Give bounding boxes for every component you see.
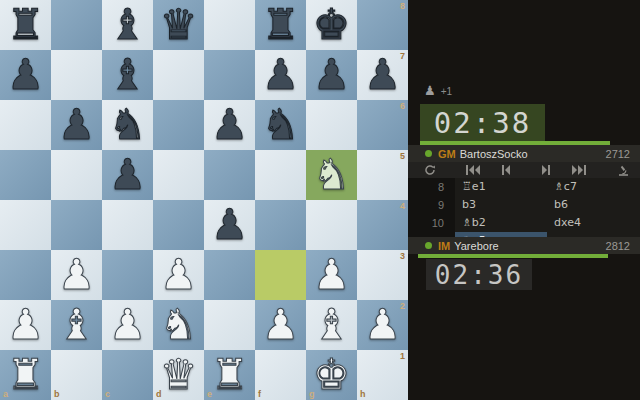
rank-label-5: 5 <box>400 151 405 161</box>
square-g3[interactable]: ♟ <box>306 250 357 300</box>
player-rating: 2712 <box>606 148 630 160</box>
chess-app: ♜♝♛♜♚8♟♝♟♟♟7♟♞♟♞6♟♞5♟4♟♟♟3♟♝♟♞♟♝♟2♜abc♛d… <box>0 0 640 400</box>
black-pawn-b6[interactable]: ♟ <box>51 100 102 150</box>
black-pawn-e4[interactable]: ♟ <box>204 200 255 250</box>
pawn-icon: ♟ <box>424 84 436 98</box>
square-g4[interactable] <box>306 200 357 250</box>
move-list[interactable]: 8♖e1♗c79b3b610♗b2dxe411♘g5 <box>408 178 640 237</box>
go-first-icon[interactable] <box>466 165 480 175</box>
square-f7[interactable]: ♟ <box>255 50 306 100</box>
rank-label-1: 1 <box>400 351 405 361</box>
square-b7[interactable] <box>51 50 102 100</box>
player-title: GM <box>438 148 456 160</box>
square-e2[interactable] <box>204 300 255 350</box>
square-d8[interactable]: ♛ <box>153 0 204 50</box>
square-a3[interactable] <box>0 250 51 300</box>
white-pawn-d3[interactable]: ♟ <box>153 250 204 300</box>
black-bishop-c7[interactable]: ♝ <box>102 50 153 100</box>
square-g6[interactable] <box>306 100 357 150</box>
file-label-d: d <box>156 389 162 399</box>
go-previous-icon[interactable] <box>502 165 510 175</box>
white-bishop-g2[interactable]: ♝ <box>306 300 357 350</box>
square-c6[interactable]: ♞ <box>102 100 153 150</box>
file-label-b: b <box>54 389 60 399</box>
square-e6[interactable]: ♟ <box>204 100 255 150</box>
square-f8[interactable]: ♜ <box>255 0 306 50</box>
black-pawn-c5[interactable]: ♟ <box>102 150 153 200</box>
player-row-top[interactable]: GM BartoszSocko 2712 <box>408 145 640 162</box>
square-c1[interactable]: c <box>102 350 153 400</box>
white-move[interactable]: ♗b2 <box>455 214 547 232</box>
go-last-icon[interactable] <box>572 165 586 175</box>
white-rook-a1[interactable]: ♜ <box>0 350 51 400</box>
black-pawn-h7[interactable]: ♟ <box>357 50 408 100</box>
file-label-a: a <box>3 389 8 399</box>
online-dot <box>425 150 432 157</box>
file-label-h: h <box>360 389 366 399</box>
white-pawn-h2[interactable]: ♟ <box>357 300 408 350</box>
rank-label-6: 6 <box>400 101 405 111</box>
black-pawn-a7[interactable]: ♟ <box>0 50 51 100</box>
black-pawn-g7[interactable]: ♟ <box>306 50 357 100</box>
square-c7[interactable]: ♝ <box>102 50 153 100</box>
material-count: +1 <box>441 86 452 97</box>
rank-label-7: 7 <box>400 51 405 61</box>
black-pawn-f7[interactable]: ♟ <box>255 50 306 100</box>
clock-top: 02:38 <box>420 104 545 141</box>
rank-label-2: 2 <box>400 301 405 311</box>
white-move[interactable]: b3 <box>455 196 547 214</box>
square-a2[interactable]: ♟ <box>0 300 51 350</box>
move-number: 9 <box>408 199 455 211</box>
square-g5[interactable]: ♞ <box>306 150 357 200</box>
square-b1[interactable]: b <box>51 350 102 400</box>
white-bishop-b2[interactable]: ♝ <box>51 300 102 350</box>
square-h5[interactable]: 5 <box>357 150 408 200</box>
square-e4[interactable]: ♟ <box>204 200 255 250</box>
white-pawn-b3[interactable]: ♟ <box>51 250 102 300</box>
square-c5[interactable]: ♟ <box>102 150 153 200</box>
square-e3[interactable] <box>204 250 255 300</box>
analysis-microscope-icon[interactable] <box>618 165 629 175</box>
cycle-icon[interactable] <box>424 165 436 175</box>
go-next-icon[interactable] <box>542 165 550 175</box>
square-c8[interactable]: ♝ <box>102 0 153 50</box>
file-label-f: f <box>258 389 261 399</box>
square-d5[interactable] <box>153 150 204 200</box>
square-f2[interactable]: ♟ <box>255 300 306 350</box>
black-bishop-c8[interactable]: ♝ <box>102 0 153 50</box>
square-a6[interactable] <box>0 100 51 150</box>
square-e7[interactable] <box>204 50 255 100</box>
move-number: 8 <box>408 181 455 193</box>
square-a5[interactable] <box>0 150 51 200</box>
white-pawn-c2[interactable]: ♟ <box>102 300 153 350</box>
white-king-g1[interactable]: ♚ <box>306 350 357 400</box>
square-b3[interactable]: ♟ <box>51 250 102 300</box>
black-rook-a8[interactable]: ♜ <box>0 0 51 50</box>
square-h3[interactable]: 3 <box>357 250 408 300</box>
black-move[interactable]: dxe4 <box>547 214 639 232</box>
file-label-e: e <box>207 389 212 399</box>
square-c4[interactable] <box>102 200 153 250</box>
square-a8[interactable]: ♜ <box>0 0 51 50</box>
player-title: IM <box>438 240 450 252</box>
white-pawn-f2[interactable]: ♟ <box>255 300 306 350</box>
square-b4[interactable] <box>51 200 102 250</box>
player-row-bottom[interactable]: IM Yarebore 2812 <box>408 237 640 254</box>
black-queen-d8[interactable]: ♛ <box>153 0 204 50</box>
online-dot <box>425 242 432 249</box>
white-move[interactable]: ♖e1 <box>455 178 547 196</box>
square-c2[interactable]: ♟ <box>102 300 153 350</box>
square-f6[interactable]: ♞ <box>255 100 306 150</box>
square-b6[interactable]: ♟ <box>51 100 102 150</box>
black-king-g8[interactable]: ♚ <box>306 0 357 50</box>
rank-label-3: 3 <box>400 251 405 261</box>
black-knight-f6[interactable]: ♞ <box>255 100 306 150</box>
white-knight-d2[interactable]: ♞ <box>153 300 204 350</box>
square-b5[interactable] <box>51 150 102 200</box>
black-pawn-e6[interactable]: ♟ <box>204 100 255 150</box>
white-rook-e1[interactable]: ♜ <box>204 350 255 400</box>
square-d4[interactable] <box>153 200 204 250</box>
rank-label-4: 4 <box>400 201 405 211</box>
game-sidebar: ♟ +1 02:38 GM BartoszSocko 2712 <box>408 0 640 400</box>
square-c3[interactable] <box>102 250 153 300</box>
clock-bottom: 02:36 <box>426 259 532 290</box>
player-name: BartoszSocko <box>460 148 528 160</box>
square-g8[interactable]: ♚ <box>306 0 357 50</box>
black-knight-c6[interactable]: ♞ <box>102 100 153 150</box>
file-label-g: g <box>309 389 315 399</box>
square-f1[interactable]: f <box>255 350 306 400</box>
white-knight-g5[interactable]: ♞ <box>306 150 357 200</box>
square-f5[interactable] <box>255 150 306 200</box>
square-g2[interactable]: ♝ <box>306 300 357 350</box>
square-b2[interactable]: ♝ <box>51 300 102 350</box>
square-g7[interactable]: ♟ <box>306 50 357 100</box>
square-b8[interactable] <box>51 0 102 50</box>
move-toolbar <box>408 162 640 178</box>
square-e8[interactable] <box>204 0 255 50</box>
move-number: 10 <box>408 217 455 229</box>
material-advantage: ♟ +1 <box>424 84 452 98</box>
square-g1[interactable]: ♚g <box>306 350 357 400</box>
square-f3[interactable] <box>255 250 306 300</box>
white-queen-d1[interactable]: ♛ <box>153 350 204 400</box>
square-d3[interactable]: ♟ <box>153 250 204 300</box>
file-label-c: c <box>105 389 110 399</box>
square-d2[interactable]: ♞ <box>153 300 204 350</box>
time-bar-bottom <box>418 254 608 258</box>
square-e5[interactable] <box>204 150 255 200</box>
square-d6[interactable] <box>153 100 204 150</box>
square-h1[interactable]: h1 <box>357 350 408 400</box>
white-pawn-g3[interactable]: ♟ <box>306 250 357 300</box>
black-rook-f8[interactable]: ♜ <box>255 0 306 50</box>
white-pawn-a2[interactable]: ♟ <box>0 300 51 350</box>
black-move[interactable]: b6 <box>547 196 639 214</box>
move-row-8: 8♖e1♗c7 <box>408 178 640 196</box>
square-a1[interactable]: ♜a <box>0 350 51 400</box>
player-rating: 2812 <box>606 240 630 252</box>
square-a7[interactable]: ♟ <box>0 50 51 100</box>
square-e1[interactable]: ♜e <box>204 350 255 400</box>
square-d1[interactable]: ♛d <box>153 350 204 400</box>
move-row-10: 10♗b2dxe4 <box>408 214 640 232</box>
square-d7[interactable] <box>153 50 204 100</box>
square-h6[interactable]: 6 <box>357 100 408 150</box>
player-name: Yarebore <box>454 240 498 252</box>
square-f4[interactable] <box>255 200 306 250</box>
black-move[interactable]: ♗c7 <box>547 178 639 196</box>
square-h7[interactable]: ♟7 <box>357 50 408 100</box>
square-h2[interactable]: ♟2 <box>357 300 408 350</box>
square-h4[interactable]: 4 <box>357 200 408 250</box>
chess-board[interactable]: ♜♝♛♜♚8♟♝♟♟♟7♟♞♟♞6♟♞5♟4♟♟♟3♟♝♟♞♟♝♟2♜abc♛d… <box>0 0 408 400</box>
move-row-9: 9b3b6 <box>408 196 640 214</box>
square-h8[interactable]: 8 <box>357 0 408 50</box>
square-a4[interactable] <box>0 200 51 250</box>
rank-label-8: 8 <box>400 1 405 11</box>
